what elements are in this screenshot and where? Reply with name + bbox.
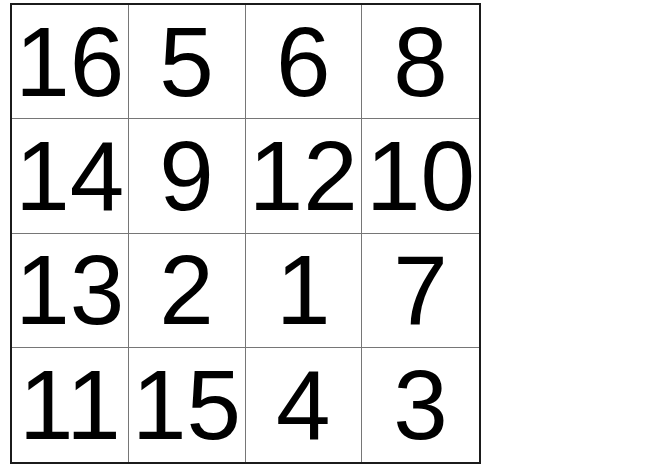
cell-number: 9: [159, 127, 214, 225]
cell-number: 13: [15, 241, 124, 339]
cell-number: 5: [159, 13, 214, 111]
cell-r1-c4[interactable]: 8: [362, 5, 479, 119]
cell-r4-c4[interactable]: 3: [362, 348, 479, 462]
cell-number: 10: [366, 127, 475, 225]
cell-number: 1: [276, 241, 331, 339]
number-grid-board: 16 5 6 8 14 9 12 10 13 2 1 7 11 15 4 3: [10, 3, 481, 464]
cell-number: 2: [159, 241, 214, 339]
cell-r2-c4[interactable]: 10: [362, 119, 479, 233]
cell-number: 15: [132, 356, 241, 454]
cell-r4-c2[interactable]: 15: [129, 348, 246, 462]
cell-number: 6: [276, 13, 331, 111]
cell-r4-c3[interactable]: 4: [246, 348, 363, 462]
cell-r4-c1[interactable]: 11: [12, 348, 129, 462]
cell-r2-c2[interactable]: 9: [129, 119, 246, 233]
cell-number: 12: [249, 127, 358, 225]
cell-r2-c3[interactable]: 12: [246, 119, 363, 233]
cell-number: 8: [393, 13, 448, 111]
cell-r1-c1[interactable]: 16: [12, 5, 129, 119]
cell-number: 7: [393, 241, 448, 339]
cell-r3-c4[interactable]: 7: [362, 234, 479, 348]
cell-r1-c3[interactable]: 6: [246, 5, 363, 119]
page: 16 5 6 8 14 9 12 10 13 2 1 7 11 15 4 3: [0, 0, 660, 472]
cell-r3-c2[interactable]: 2: [129, 234, 246, 348]
cell-number: 4: [276, 356, 331, 454]
cell-number: 11: [19, 356, 121, 454]
cell-r2-c1[interactable]: 14: [12, 119, 129, 233]
cell-r3-c3[interactable]: 1: [246, 234, 363, 348]
cell-r1-c2[interactable]: 5: [129, 5, 246, 119]
cell-number: 3: [393, 356, 448, 454]
cell-r3-c1[interactable]: 13: [12, 234, 129, 348]
cell-number: 16: [15, 13, 124, 111]
cell-number: 14: [15, 127, 124, 225]
